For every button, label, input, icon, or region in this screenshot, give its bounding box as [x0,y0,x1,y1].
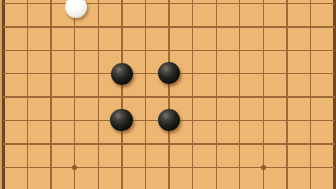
point-o5[interactable] [322,0,336,15]
point-k10[interactable] [228,109,252,132]
point-j10[interactable] [204,109,228,132]
point-n11[interactable] [299,132,323,155]
point-c5[interactable] [39,0,63,15]
point-c6[interactable] [39,15,63,38]
point-m11[interactable] [275,132,299,155]
point-g6[interactable] [134,15,158,38]
point-o7[interactable] [322,39,336,62]
point-i10[interactable] [181,109,205,132]
point-n10[interactable] [299,109,323,132]
point-e9[interactable] [86,85,110,108]
point-n12[interactable] [299,156,323,179]
point-a8[interactable] [0,62,16,85]
point-n8[interactable] [299,62,323,85]
point-k12[interactable] [228,156,252,179]
point-a11[interactable] [0,132,16,155]
point-l12[interactable] [252,156,276,179]
point-j12[interactable] [204,156,228,179]
stone-black-f8[interactable] [111,63,133,85]
point-a9[interactable] [0,85,16,108]
point-j6[interactable] [204,15,228,38]
point-f6[interactable] [110,15,134,38]
point-o8[interactable] [322,62,336,85]
point-g5[interactable] [134,0,158,15]
stone-black-f10[interactable] [110,109,132,131]
point-g10[interactable] [134,109,158,132]
point-i6[interactable] [181,15,205,38]
point-i5[interactable] [181,0,205,15]
point-n7[interactable] [299,39,323,62]
point-h11[interactable] [157,132,181,155]
point-j7[interactable] [204,39,228,62]
point-l9[interactable] [252,85,276,108]
point-a10[interactable] [0,109,16,132]
point-k6[interactable] [228,15,252,38]
point-d9[interactable] [63,85,87,108]
point-i8[interactable] [181,62,205,85]
stone-black-h10[interactable] [158,109,180,131]
board-intersections [0,0,336,179]
point-d12[interactable] [63,156,87,179]
point-d11[interactable] [63,132,87,155]
point-f9[interactable] [110,85,134,108]
point-e10[interactable] [86,109,110,132]
point-f5[interactable] [110,0,134,15]
point-m12[interactable] [275,156,299,179]
point-d6[interactable] [63,15,87,38]
point-b7[interactable] [16,39,40,62]
point-b12[interactable] [16,156,40,179]
point-o9[interactable] [322,85,336,108]
point-e8[interactable] [86,62,110,85]
point-c7[interactable] [39,39,63,62]
point-h5[interactable] [157,0,181,15]
point-n6[interactable] [299,15,323,38]
point-m5[interactable] [275,0,299,15]
point-d7[interactable] [63,39,87,62]
gomoku-board[interactable] [0,0,336,189]
point-c9[interactable] [39,85,63,108]
point-n9[interactable] [299,85,323,108]
point-k8[interactable] [228,62,252,85]
point-b11[interactable] [16,132,40,155]
point-b10[interactable] [16,109,40,132]
point-k9[interactable] [228,85,252,108]
point-h7[interactable] [157,39,181,62]
point-g11[interactable] [134,132,158,155]
point-j9[interactable] [204,85,228,108]
point-a5[interactable] [0,0,16,15]
point-l11[interactable] [252,132,276,155]
point-e7[interactable] [86,39,110,62]
point-m8[interactable] [275,62,299,85]
point-e12[interactable] [86,156,110,179]
point-d10[interactable] [63,109,87,132]
point-k7[interactable] [228,39,252,62]
point-b6[interactable] [16,15,40,38]
point-m7[interactable] [275,39,299,62]
point-l5[interactable] [252,0,276,15]
point-h12[interactable] [157,156,181,179]
point-f11[interactable] [110,132,134,155]
point-i12[interactable] [181,156,205,179]
point-a6[interactable] [0,15,16,38]
point-i7[interactable] [181,39,205,62]
point-l7[interactable] [252,39,276,62]
point-h6[interactable] [157,15,181,38]
point-b8[interactable] [16,62,40,85]
point-g9[interactable] [134,85,158,108]
point-m6[interactable] [275,15,299,38]
point-e11[interactable] [86,132,110,155]
point-o12[interactable] [322,156,336,179]
point-l6[interactable] [252,15,276,38]
point-k11[interactable] [228,132,252,155]
point-f7[interactable] [110,39,134,62]
point-l8[interactable] [252,62,276,85]
point-f12[interactable] [110,156,134,179]
point-d8[interactable] [63,62,87,85]
point-a7[interactable] [0,39,16,62]
point-c10[interactable] [39,109,63,132]
point-h9[interactable] [157,85,181,108]
point-m9[interactable] [275,85,299,108]
point-g8[interactable] [134,62,158,85]
point-i9[interactable] [181,85,205,108]
point-j8[interactable] [204,62,228,85]
point-a12[interactable] [0,156,16,179]
point-j11[interactable] [204,132,228,155]
point-c12[interactable] [39,156,63,179]
point-o6[interactable] [322,15,336,38]
gomoku-app-screenshot [0,0,336,189]
point-n5[interactable] [299,0,323,15]
point-b9[interactable] [16,85,40,108]
point-g7[interactable] [134,39,158,62]
point-j5[interactable] [204,0,228,15]
point-i11[interactable] [181,132,205,155]
point-g12[interactable] [134,156,158,179]
point-c8[interactable] [39,62,63,85]
point-o10[interactable] [322,109,336,132]
point-k5[interactable] [228,0,252,15]
point-l10[interactable] [252,109,276,132]
point-e6[interactable] [86,15,110,38]
point-e5[interactable] [86,0,110,15]
point-c11[interactable] [39,132,63,155]
point-m10[interactable] [275,109,299,132]
point-b5[interactable] [16,0,40,15]
point-o11[interactable] [322,132,336,155]
